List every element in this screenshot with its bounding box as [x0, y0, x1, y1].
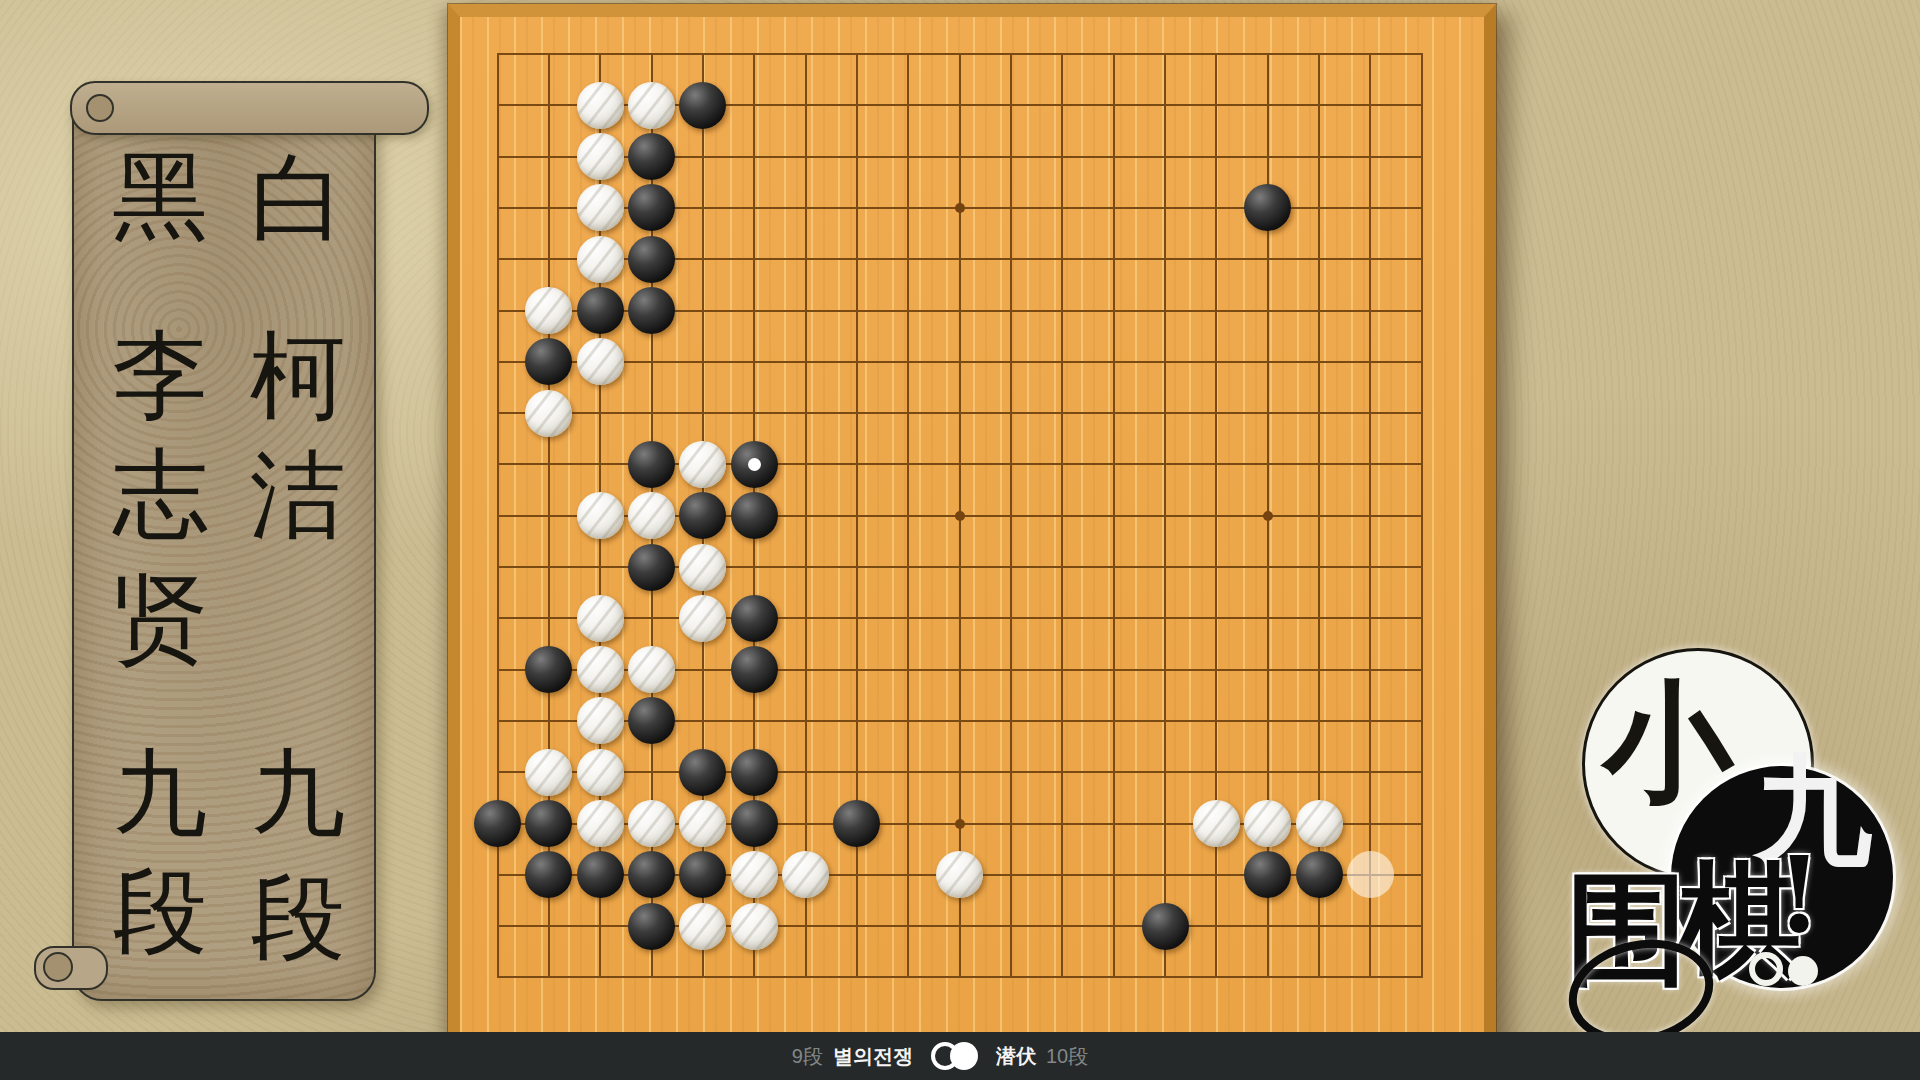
player-name-char: 九 — [113, 746, 207, 840]
white-player-name: 潜伏 — [996, 1043, 1036, 1070]
logo-char-xiao: 小 — [1603, 677, 1733, 807]
player-name-char: 柯 — [250, 328, 346, 424]
player-name-char: 贤 — [112, 570, 208, 666]
player-name-char: 九 — [251, 746, 345, 840]
white-stone-ball-icon — [950, 1042, 978, 1070]
bottom-status-bar: 9段 별의전쟁 潜伏 10段 — [0, 1032, 1920, 1080]
black-player-name: 별의전쟁 — [833, 1043, 913, 1070]
app-screen: 黑李志贤九段白柯洁九段 小 九 围 棋 ! 9段 별의전쟁 潜伏 10段 — [0, 0, 1920, 1080]
player-name-char: 李 — [112, 327, 208, 423]
scroll-top-roll-curl — [86, 94, 114, 122]
player-name-char: 段 — [113, 865, 207, 959]
match-status: 9段 별의전쟁 潜伏 10段 — [792, 1042, 1088, 1070]
go-board[interactable] — [448, 4, 1496, 1055]
white-player-rank: 10段 — [1046, 1043, 1088, 1070]
logo-exclamation: ! — [1776, 844, 1822, 948]
color-toggle[interactable] — [931, 1042, 978, 1070]
scroll-top-roll — [70, 81, 429, 135]
player-name-char: 段 — [251, 871, 345, 965]
logo-ring-dot — [1749, 952, 1783, 986]
player-name-char: 黑 — [112, 148, 208, 244]
logo-solid-dot — [1788, 956, 1818, 986]
black-player-rank: 9段 — [792, 1043, 823, 1070]
player-name-char: 白 — [250, 150, 346, 246]
player-name-char: 洁 — [250, 447, 346, 543]
scroll-bottom-roll-knob — [43, 952, 73, 982]
player-name-char: 志 — [112, 446, 208, 542]
